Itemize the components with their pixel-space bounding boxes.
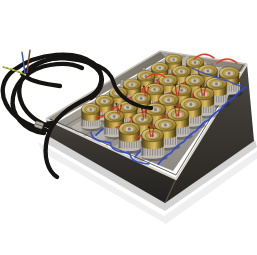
- photo-canvas: [0, 0, 257, 255]
- conductor-tip: [21, 51, 23, 53]
- tray-photo-svg: [0, 0, 257, 255]
- conductor-tip: [29, 49, 31, 51]
- stripped-cable-sheath: [26, 77, 60, 86]
- cable-end: [149, 106, 153, 110]
- conductor-tip: [2, 66, 4, 68]
- coil-tray-photo: [0, 0, 257, 255]
- wall-hole: [211, 63, 213, 65]
